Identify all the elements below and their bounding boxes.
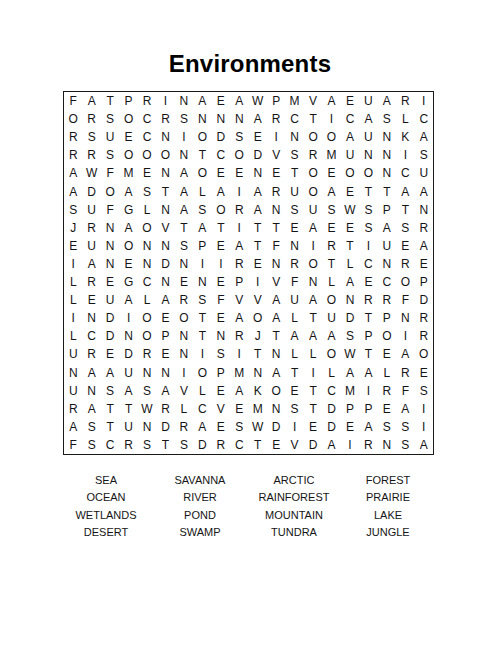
grid-cell: C: [82, 327, 100, 345]
grid-cell: O: [322, 128, 340, 146]
grid-cell: R: [119, 436, 137, 454]
grid-cell: N: [378, 128, 396, 146]
grid-cell: A: [175, 201, 193, 219]
grid-cell: R: [82, 219, 100, 237]
grid-cell: U: [341, 146, 359, 164]
grid-cell: S: [322, 201, 340, 219]
grid-cell: C: [193, 400, 211, 418]
grid-cell: U: [119, 418, 137, 436]
grid-cell: V: [212, 400, 230, 418]
grid-cell: I: [175, 364, 193, 382]
grid-cell: R: [230, 327, 248, 345]
grid-cell: S: [101, 382, 119, 400]
grid-cell: A: [82, 400, 100, 418]
grid-cell: O: [138, 219, 156, 237]
grid-cell: J: [64, 219, 82, 237]
grid-cell: A: [267, 364, 285, 382]
grid-cell: D: [415, 291, 433, 309]
grid-cell: S: [101, 146, 119, 164]
word-list-item: OCEAN: [59, 491, 153, 503]
grid-cell: A: [193, 418, 211, 436]
grid-cell: C: [396, 164, 414, 182]
grid-cell: P: [193, 237, 211, 255]
grid-cell: I: [193, 255, 211, 273]
grid-cell: A: [64, 164, 82, 182]
grid-cell: R: [212, 436, 230, 454]
grid-cell: I: [64, 255, 82, 273]
grid-cell: A: [230, 92, 248, 110]
grid-cell: D: [267, 418, 285, 436]
grid-cell: I: [396, 146, 414, 164]
grid-cell: T: [359, 345, 377, 363]
grid-cell: N: [193, 273, 211, 291]
grid-cell: I: [285, 418, 303, 436]
grid-cell: O: [119, 146, 137, 164]
grid-cell: K: [396, 128, 414, 146]
grid-cell: E: [119, 128, 137, 146]
grid-cell: N: [175, 345, 193, 363]
grid-cell: W: [341, 201, 359, 219]
grid-cell: E: [267, 436, 285, 454]
grid-cell: O: [396, 273, 414, 291]
grid-cell: R: [230, 201, 248, 219]
grid-cell: R: [396, 255, 414, 273]
grid-cell: S: [341, 327, 359, 345]
grid-cell: S: [82, 128, 100, 146]
grid-cell: E: [415, 364, 433, 382]
grid-cell: T: [101, 400, 119, 418]
grid-cell: L: [138, 291, 156, 309]
grid-cell: U: [64, 345, 82, 363]
grid-cell: P: [212, 364, 230, 382]
grid-cell: A: [175, 164, 193, 182]
grid-cell: I: [322, 110, 340, 128]
grid-cell: A: [341, 128, 359, 146]
grid-cell: A: [230, 309, 248, 327]
grid-cell: S: [285, 201, 303, 219]
grid-cell: N: [156, 128, 174, 146]
grid-cell: A: [119, 219, 137, 237]
grid-cell: A: [82, 364, 100, 382]
grid-cell: T: [212, 219, 230, 237]
grid-cell: N: [304, 273, 322, 291]
grid-cell: E: [285, 219, 303, 237]
grid-cell: E: [378, 345, 396, 363]
grid-cell: T: [156, 183, 174, 201]
grid-cell: A: [156, 291, 174, 309]
grid-cell: C: [285, 110, 303, 128]
grid-cell: E: [341, 183, 359, 201]
word-list-item: LAKE: [341, 509, 435, 521]
grid-cell: S: [82, 436, 100, 454]
grid-cell: O: [415, 345, 433, 363]
grid-cell: O: [138, 146, 156, 164]
grid-cell: E: [230, 164, 248, 182]
word-list-item: DESERT: [59, 526, 153, 538]
grid-cell: I: [230, 219, 248, 237]
grid-cell: A: [396, 183, 414, 201]
grid-cell: S: [175, 237, 193, 255]
grid-cell: A: [230, 382, 248, 400]
grid-cell: N: [101, 219, 119, 237]
word-list-item: MOUNTAIN: [247, 509, 341, 521]
grid-cell: F: [267, 237, 285, 255]
grid-cell: E: [341, 418, 359, 436]
grid-cell: I: [119, 309, 137, 327]
grid-cell: L: [285, 345, 303, 363]
grid-cell: A: [415, 183, 433, 201]
grid-cell: N: [249, 164, 267, 182]
grid-cell: N: [138, 255, 156, 273]
grid-cell: T: [193, 146, 211, 164]
grid-cell: R: [378, 291, 396, 309]
grid-cell: L: [396, 110, 414, 128]
grid-cell: A: [322, 327, 340, 345]
grid-cell: E: [156, 309, 174, 327]
grid-cell: N: [175, 146, 193, 164]
grid-cell: M: [119, 164, 137, 182]
grid-cell: D: [341, 309, 359, 327]
grid-cell: T: [101, 92, 119, 110]
grid-cell: N: [175, 255, 193, 273]
grid-cell: L: [193, 382, 211, 400]
grid-cell: C: [341, 110, 359, 128]
word-list-item: ARCTIC: [247, 474, 341, 486]
grid-cell: N: [119, 327, 137, 345]
grid-cell: N: [359, 146, 377, 164]
grid-cell: A: [82, 92, 100, 110]
grid-cell: P: [156, 327, 174, 345]
grid-cell: U: [82, 237, 100, 255]
grid-cell: F: [64, 436, 82, 454]
grid-cell: A: [415, 436, 433, 454]
grid-cell: A: [101, 364, 119, 382]
grid-cell: V: [267, 146, 285, 164]
grid-cell: L: [64, 273, 82, 291]
grid-cell: F: [64, 92, 82, 110]
grid-cell: S: [285, 400, 303, 418]
grid-cell: T: [156, 436, 174, 454]
grid-cell: W: [138, 400, 156, 418]
grid-cell: A: [82, 255, 100, 273]
grid-cell: F: [396, 291, 414, 309]
grid-cell: I: [230, 183, 248, 201]
grid-cell: O: [230, 146, 248, 164]
grid-cell: M: [285, 92, 303, 110]
grid-cell: T: [304, 400, 322, 418]
grid-cell: U: [119, 364, 137, 382]
grid-cell: R: [175, 291, 193, 309]
worksheet-page: Environments FATPRINAEAWPMVAEUARIORSOCRS…: [0, 0, 500, 647]
grid-cell: E: [212, 237, 230, 255]
grid-cell: F: [285, 273, 303, 291]
grid-cell: S: [101, 110, 119, 128]
grid-cell: I: [193, 345, 211, 363]
grid-cell: E: [249, 255, 267, 273]
grid-cell: A: [304, 327, 322, 345]
grid-cell: O: [304, 183, 322, 201]
grid-cell: A: [156, 382, 174, 400]
grid-cell: C: [415, 110, 433, 128]
grid-cell: A: [322, 92, 340, 110]
grid-cell: M: [322, 146, 340, 164]
grid-cell: R: [359, 436, 377, 454]
grid-cell: D: [119, 345, 137, 363]
grid-cell: A: [119, 382, 137, 400]
grid-cell: N: [156, 164, 174, 182]
grid-cell: P: [267, 92, 285, 110]
grid-cell: O: [267, 382, 285, 400]
grid-cell: O: [322, 291, 340, 309]
grid-cell: U: [304, 201, 322, 219]
word-list-item: SAVANNA: [153, 474, 247, 486]
grid-cell: V: [304, 92, 322, 110]
grid-cell: O: [138, 327, 156, 345]
word-list-item: RIVER: [153, 491, 247, 503]
grid-cell: T: [378, 183, 396, 201]
grid-cell: L: [285, 309, 303, 327]
grid-cell: D: [101, 327, 119, 345]
grid-cell: E: [359, 273, 377, 291]
grid-cell: D: [249, 146, 267, 164]
grid-cell: I: [415, 418, 433, 436]
grid-cell: A: [322, 183, 340, 201]
grid-cell: W: [249, 418, 267, 436]
grid-cell: S: [285, 146, 303, 164]
grid-cell: A: [396, 345, 414, 363]
grid-cell: N: [138, 418, 156, 436]
grid-cell: I: [64, 309, 82, 327]
grid-cell: E: [101, 273, 119, 291]
grid-cell: S: [138, 436, 156, 454]
grid-cell: A: [64, 418, 82, 436]
grid-cell: T: [304, 110, 322, 128]
grid-cell: O: [249, 309, 267, 327]
grid-cell: P: [378, 309, 396, 327]
grid-cell: T: [285, 164, 303, 182]
grid-cell: A: [119, 291, 137, 309]
grid-cell: T: [119, 400, 137, 418]
grid-cell: P: [359, 400, 377, 418]
grid-cell: R: [396, 92, 414, 110]
grid-cell: S: [193, 291, 211, 309]
grid-cell: I: [304, 364, 322, 382]
grid-cell: G: [119, 201, 137, 219]
grid-cell: M: [230, 364, 248, 382]
grid-cell: R: [175, 418, 193, 436]
grid-cell: O: [175, 309, 193, 327]
grid-cell: E: [82, 291, 100, 309]
grid-cell: A: [359, 110, 377, 128]
grid-cell: F: [396, 382, 414, 400]
grid-cell: W: [249, 92, 267, 110]
grid-cell: A: [304, 291, 322, 309]
grid-cell: E: [175, 273, 193, 291]
grid-cell: N: [378, 436, 396, 454]
grid-cell: L: [341, 255, 359, 273]
grid-cell: C: [359, 255, 377, 273]
grid-cell: O: [322, 345, 340, 363]
grid-cell: O: [156, 146, 174, 164]
word-list: SEASAVANNAARCTICFORESTOCEANRIVERRAINFORE…: [59, 471, 435, 541]
grid-cell: A: [341, 364, 359, 382]
grid-cell: U: [285, 291, 303, 309]
grid-cell: O: [359, 164, 377, 182]
grid-cell: E: [415, 255, 433, 273]
grid-cell: T: [267, 327, 285, 345]
grid-cell: R: [82, 110, 100, 128]
grid-cell: V: [156, 219, 174, 237]
grid-cell: N: [378, 255, 396, 273]
grid-cell: R: [415, 327, 433, 345]
grid-cell: R: [378, 382, 396, 400]
grid-cell: I: [396, 327, 414, 345]
grid-cell: M: [341, 382, 359, 400]
word-list-item: SEA: [59, 474, 153, 486]
grid-cell: N: [249, 364, 267, 382]
grid-cell: P: [359, 327, 377, 345]
word-search-grid: FATPRINAEAWPMVAEUARIORSOCRSNNNARCTICASLC…: [63, 91, 434, 455]
grid-cell: S: [193, 201, 211, 219]
grid-cell: T: [249, 345, 267, 363]
word-list-item: JUNGLE: [341, 526, 435, 538]
grid-cell: A: [359, 418, 377, 436]
grid-cell: G: [119, 273, 137, 291]
grid-cell: T: [396, 201, 414, 219]
grid-cell: C: [138, 128, 156, 146]
grid-cell: C: [138, 273, 156, 291]
grid-cell: O: [193, 364, 211, 382]
grid-cell: L: [304, 345, 322, 363]
grid-cell: A: [378, 92, 396, 110]
grid-cell: N: [175, 327, 193, 345]
grid-cell: S: [396, 436, 414, 454]
word-list-item: FOREST: [341, 474, 435, 486]
grid-cell: O: [119, 237, 137, 255]
grid-cell: S: [415, 146, 433, 164]
grid-cell: R: [304, 146, 322, 164]
grid-cell: N: [341, 291, 359, 309]
grid-cell: N: [267, 400, 285, 418]
grid-cell: A: [304, 219, 322, 237]
grid-cell: D: [304, 436, 322, 454]
grid-cell: R: [415, 309, 433, 327]
grid-cell: O: [119, 110, 137, 128]
grid-cell: N: [82, 382, 100, 400]
grid-cell: A: [267, 291, 285, 309]
grid-cell: T: [322, 255, 340, 273]
grid-cell: N: [64, 364, 82, 382]
grid-cell: I: [249, 273, 267, 291]
grid-cell: R: [82, 146, 100, 164]
grid-cell: J: [249, 327, 267, 345]
grid-cell: N: [285, 128, 303, 146]
grid-cell: S: [175, 436, 193, 454]
grid-cell: S: [378, 110, 396, 128]
grid-cell: T: [304, 382, 322, 400]
grid-cell: U: [285, 183, 303, 201]
grid-cell: N: [175, 92, 193, 110]
grid-cell: N: [212, 327, 230, 345]
grid-cell: S: [415, 382, 433, 400]
grid-cell: O: [193, 128, 211, 146]
grid-cell: R: [285, 255, 303, 273]
grid-cell: A: [359, 364, 377, 382]
grid-cell: N: [156, 201, 174, 219]
grid-cell: I: [267, 128, 285, 146]
grid-cell: E: [212, 382, 230, 400]
grid-cell: R: [267, 183, 285, 201]
grid-cell: A: [230, 237, 248, 255]
grid-cell: R: [64, 128, 82, 146]
grid-cell: R: [156, 110, 174, 128]
grid-cell: D: [193, 436, 211, 454]
word-list-item: WETLANDS: [59, 509, 153, 521]
grid-cell: O: [101, 183, 119, 201]
grid-cell: R: [230, 255, 248, 273]
grid-cell: E: [64, 237, 82, 255]
grid-cell: T: [249, 436, 267, 454]
grid-cell: A: [119, 183, 137, 201]
grid-cell: V: [230, 291, 248, 309]
grid-cell: R: [322, 237, 340, 255]
grid-cell: T: [101, 418, 119, 436]
grid-cell: V: [285, 436, 303, 454]
grid-cell: S: [138, 183, 156, 201]
grid-cell: U: [378, 237, 396, 255]
grid-cell: T: [175, 219, 193, 237]
grid-cell: R: [82, 345, 100, 363]
grid-cell: A: [267, 309, 285, 327]
grid-cell: P: [378, 201, 396, 219]
grid-cell: O: [64, 110, 82, 128]
word-list-item: SWAMP: [153, 526, 247, 538]
grid-cell: S: [175, 110, 193, 128]
grid-cell: R: [64, 400, 82, 418]
grid-cell: A: [64, 183, 82, 201]
grid-cell: E: [138, 164, 156, 182]
grid-cell: C: [230, 436, 248, 454]
grid-cell: D: [82, 183, 100, 201]
grid-cell: E: [119, 255, 137, 273]
grid-cell: C: [138, 110, 156, 128]
grid-cell: I: [212, 255, 230, 273]
grid-cell: F: [101, 201, 119, 219]
grid-cell: I: [230, 345, 248, 363]
grid-cell: A: [322, 436, 340, 454]
grid-cell: N: [396, 309, 414, 327]
grid-cell: N: [285, 237, 303, 255]
word-list-item: PRAIRIE: [341, 491, 435, 503]
grid-cell: D: [322, 418, 340, 436]
grid-cell: C: [212, 146, 230, 164]
grid-cell: M: [249, 400, 267, 418]
grid-cell: S: [230, 418, 248, 436]
grid-cell: A: [249, 201, 267, 219]
grid-cell: C: [322, 382, 340, 400]
grid-cell: E: [341, 92, 359, 110]
grid-cell: R: [415, 219, 433, 237]
grid-cell: R: [267, 110, 285, 128]
grid-cell: E: [101, 345, 119, 363]
grid-cell: E: [341, 219, 359, 237]
grid-cell: U: [101, 291, 119, 309]
grid-cell: T: [341, 237, 359, 255]
word-list-item: TUNDRA: [247, 526, 341, 538]
grid-cell: N: [156, 364, 174, 382]
grid-cell: E: [212, 309, 230, 327]
grid-cell: T: [304, 309, 322, 327]
